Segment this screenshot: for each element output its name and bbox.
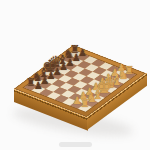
chess-set-photo: ♜♞♝♛♚♝♞♜♟♟♟♟♟♟♟♟♟♟♟♟♟♟♟♟♜♞♝♛♚♝♞♜ bbox=[0, 0, 150, 150]
piece-dark-p-h7[interactable]: ♟ bbox=[34, 81, 43, 91]
piece-light-r-h1[interactable]: ♜ bbox=[80, 98, 90, 109]
photo-watermark bbox=[59, 142, 92, 147]
